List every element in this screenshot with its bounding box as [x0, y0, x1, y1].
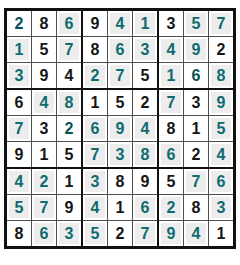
sudoku-box-6: 739815624 [159, 90, 233, 167]
cell-r1c4[interactable]: 9 [83, 11, 107, 36]
cell-r6c3[interactable]: 5 [57, 142, 81, 167]
cell-r2c3[interactable]: 7 [57, 37, 81, 62]
cell-r9c6[interactable]: 7 [133, 221, 157, 246]
cell-r7c4[interactable]: 3 [83, 169, 107, 194]
cell-r7c3[interactable]: 1 [57, 169, 81, 194]
cell-r1c7[interactable]: 3 [159, 11, 183, 36]
cell-r4c8[interactable]: 3 [184, 90, 208, 115]
cell-r5c5[interactable]: 9 [108, 116, 132, 141]
cell-r5c4[interactable]: 6 [83, 116, 107, 141]
sudoku-box-3: 357492168 [159, 11, 233, 88]
cell-r9c7[interactable]: 9 [159, 221, 183, 246]
cell-r5c8[interactable]: 1 [184, 116, 208, 141]
cell-r8c7[interactable]: 2 [159, 195, 183, 220]
page: 2861573949418632753574921686487329151526… [0, 0, 240, 249]
cell-r7c5[interactable]: 8 [108, 169, 132, 194]
cell-r5c2[interactable]: 3 [32, 116, 56, 141]
cell-r9c2[interactable]: 6 [32, 221, 56, 246]
cell-r6c4[interactable]: 7 [83, 142, 107, 167]
cell-r6c9[interactable]: 4 [209, 142, 233, 167]
cell-r8c8[interactable]: 8 [184, 195, 208, 220]
cell-r4c9[interactable]: 9 [209, 90, 233, 115]
cell-r7c9[interactable]: 6 [209, 169, 233, 194]
cell-r7c7[interactable]: 5 [159, 169, 183, 194]
cell-r4c4[interactable]: 1 [83, 90, 107, 115]
cell-r3c1[interactable]: 3 [7, 63, 31, 88]
cell-r4c3[interactable]: 8 [57, 90, 81, 115]
cell-r5c6[interactable]: 4 [133, 116, 157, 141]
sudoku-box-8: 389416527 [83, 169, 157, 246]
cell-r9c3[interactable]: 3 [57, 221, 81, 246]
cell-r7c1[interactable]: 4 [7, 169, 31, 194]
cell-r4c1[interactable]: 6 [7, 90, 31, 115]
cell-r1c3[interactable]: 6 [57, 11, 81, 36]
cell-r6c5[interactable]: 3 [108, 142, 132, 167]
cell-r1c5[interactable]: 4 [108, 11, 132, 36]
cell-r6c7[interactable]: 6 [159, 142, 183, 167]
cell-r2c7[interactable]: 4 [159, 37, 183, 62]
cell-r7c8[interactable]: 7 [184, 169, 208, 194]
cell-r2c1[interactable]: 1 [7, 37, 31, 62]
cell-r8c3[interactable]: 9 [57, 195, 81, 220]
sudoku-box-9: 576283941 [159, 169, 233, 246]
cell-r2c9[interactable]: 2 [209, 37, 233, 62]
cell-r3c9[interactable]: 8 [209, 63, 233, 88]
cell-r6c8[interactable]: 2 [184, 142, 208, 167]
cell-r3c2[interactable]: 9 [32, 63, 56, 88]
cell-r2c8[interactable]: 9 [184, 37, 208, 62]
cell-r8c4[interactable]: 4 [83, 195, 107, 220]
sudoku-box-7: 421579863 [7, 169, 81, 246]
cell-r8c9[interactable]: 3 [209, 195, 233, 220]
cell-r2c5[interactable]: 6 [108, 37, 132, 62]
cell-r2c2[interactable]: 5 [32, 37, 56, 62]
cell-r3c4[interactable]: 2 [83, 63, 107, 88]
cell-r6c1[interactable]: 9 [7, 142, 31, 167]
cell-r2c4[interactable]: 8 [83, 37, 107, 62]
cell-r4c2[interactable]: 4 [32, 90, 56, 115]
cell-r8c6[interactable]: 6 [133, 195, 157, 220]
cell-r3c3[interactable]: 4 [57, 63, 81, 88]
cell-r7c2[interactable]: 2 [32, 169, 56, 194]
cell-r8c2[interactable]: 7 [32, 195, 56, 220]
cell-r6c6[interactable]: 8 [133, 142, 157, 167]
cell-r4c7[interactable]: 7 [159, 90, 183, 115]
cell-r9c8[interactable]: 4 [184, 221, 208, 246]
cell-r4c5[interactable]: 5 [108, 90, 132, 115]
cell-r3c8[interactable]: 6 [184, 63, 208, 88]
sudoku-board: 2861573949418632753574921686487329151526… [4, 8, 236, 249]
cell-r5c1[interactable]: 7 [7, 116, 31, 141]
cell-r3c6[interactable]: 5 [133, 63, 157, 88]
cell-r1c6[interactable]: 1 [133, 11, 157, 36]
cell-r4c6[interactable]: 2 [133, 90, 157, 115]
cell-r3c7[interactable]: 1 [159, 63, 183, 88]
cell-r1c8[interactable]: 5 [184, 11, 208, 36]
sudoku-box-5: 152694738 [83, 90, 157, 167]
cell-r5c7[interactable]: 8 [159, 116, 183, 141]
sudoku-box-2: 941863275 [83, 11, 157, 88]
cell-r6c2[interactable]: 1 [32, 142, 56, 167]
cell-r2c6[interactable]: 3 [133, 37, 157, 62]
cell-r8c5[interactable]: 1 [108, 195, 132, 220]
cell-r5c9[interactable]: 5 [209, 116, 233, 141]
cell-r9c9[interactable]: 1 [209, 221, 233, 246]
cell-r5c3[interactable]: 2 [57, 116, 81, 141]
cell-r8c1[interactable]: 5 [7, 195, 31, 220]
sudoku-box-4: 648732915 [7, 90, 81, 167]
cell-r9c4[interactable]: 5 [83, 221, 107, 246]
cell-r1c9[interactable]: 7 [209, 11, 233, 36]
cell-r9c5[interactable]: 2 [108, 221, 132, 246]
cell-r7c6[interactable]: 9 [133, 169, 157, 194]
cell-r3c5[interactable]: 7 [108, 63, 132, 88]
cell-r9c1[interactable]: 8 [7, 221, 31, 246]
cell-r1c2[interactable]: 8 [32, 11, 56, 36]
cell-r1c1[interactable]: 2 [7, 11, 31, 36]
sudoku-box-1: 286157394 [7, 11, 81, 88]
